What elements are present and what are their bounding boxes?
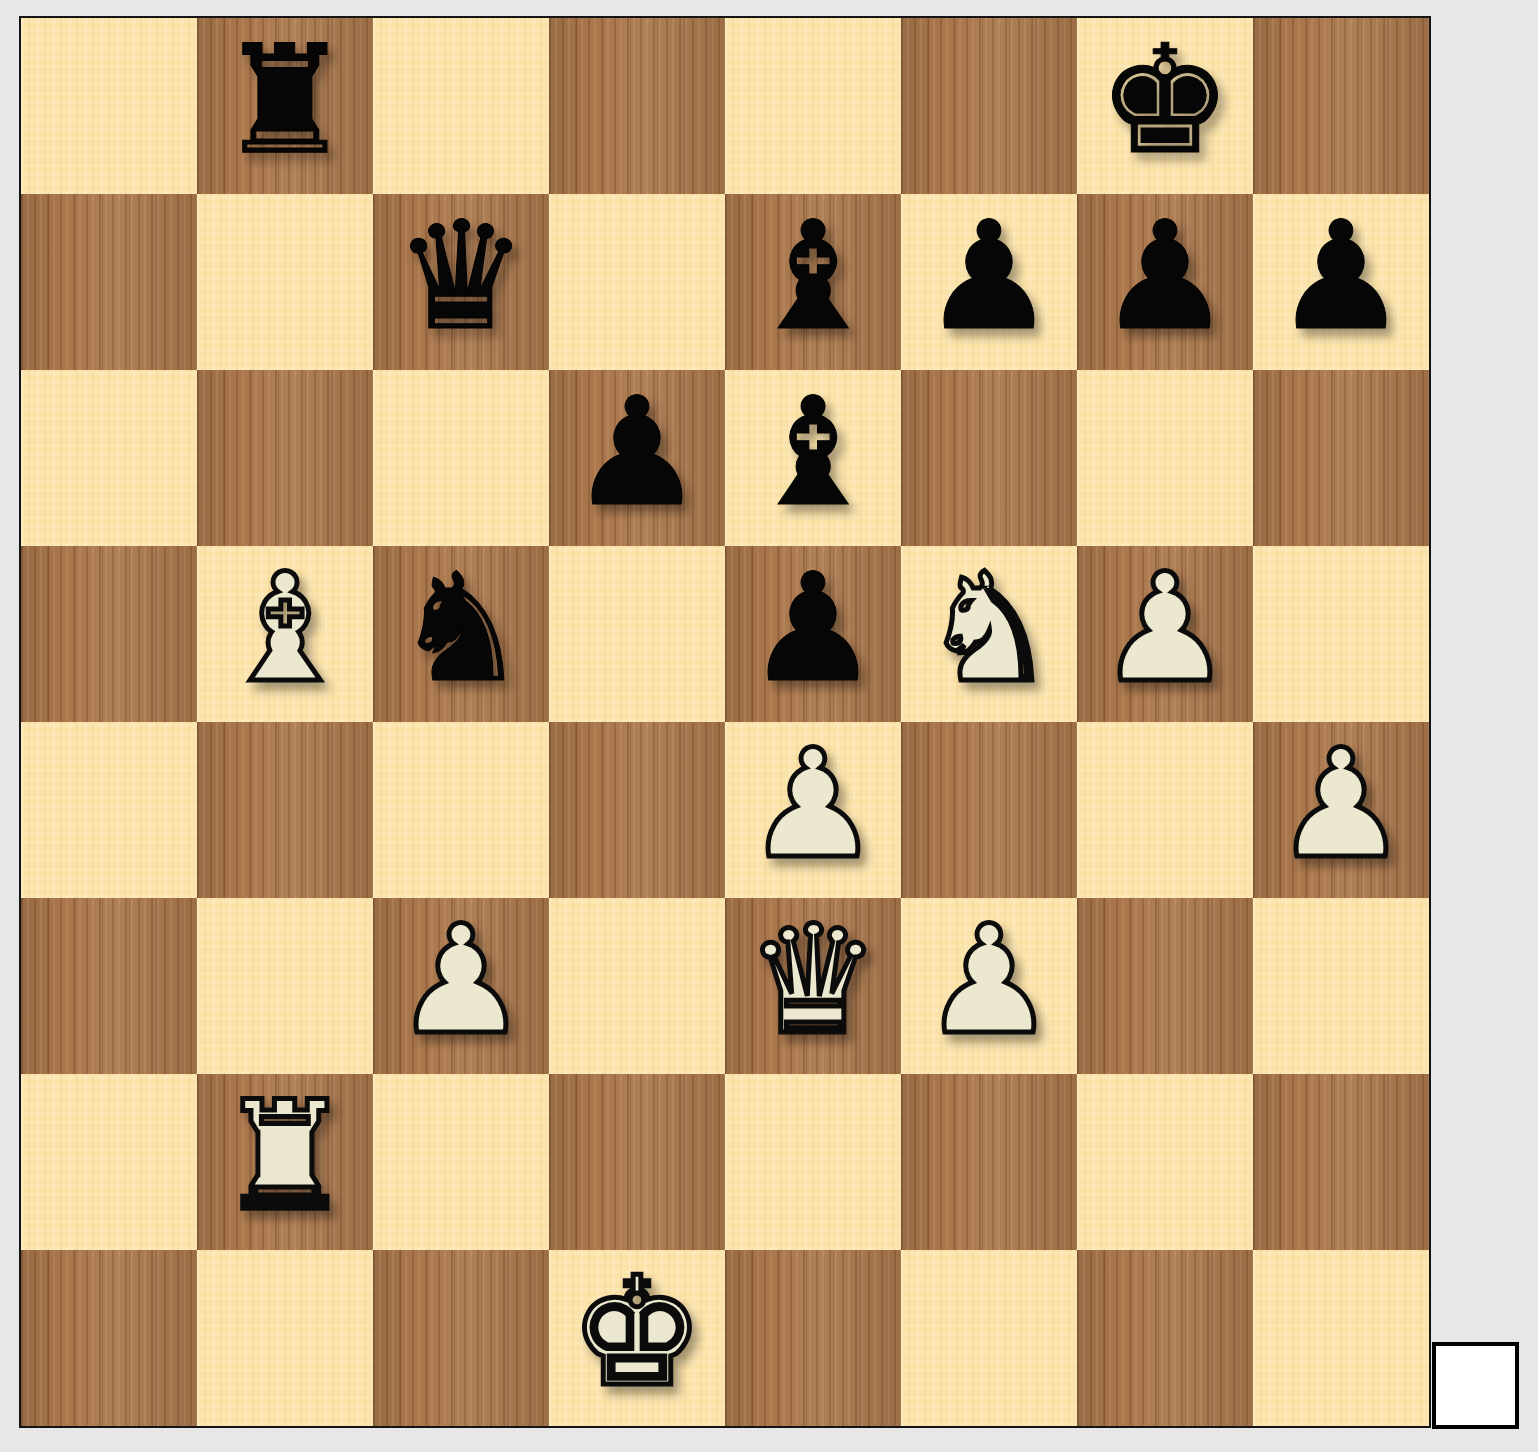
square-h8[interactable] — [1253, 18, 1429, 194]
square-f6[interactable] — [901, 370, 1077, 546]
square-h7[interactable]: ♟ — [1253, 194, 1429, 370]
black-bishop-e6[interactable]: ♝ — [725, 364, 901, 540]
square-a6[interactable] — [21, 370, 197, 546]
square-c4[interactable] — [373, 722, 549, 898]
square-g4[interactable] — [1077, 722, 1253, 898]
square-c6[interactable] — [373, 370, 549, 546]
square-c5[interactable]: ♞ — [373, 546, 549, 722]
white-pawn-h4[interactable]: ♟ — [1253, 716, 1429, 892]
black-queen-c7[interactable]: ♛ — [373, 188, 549, 364]
square-h3[interactable] — [1253, 898, 1429, 1074]
square-g6[interactable] — [1077, 370, 1253, 546]
square-f3[interactable]: ♟ — [901, 898, 1077, 1074]
square-h6[interactable] — [1253, 370, 1429, 546]
square-f8[interactable] — [901, 18, 1077, 194]
square-e7[interactable]: ♝ — [725, 194, 901, 370]
square-c3[interactable]: ♟ — [373, 898, 549, 1074]
white-bishop-b5[interactable]: ♝ — [197, 540, 373, 716]
page-background: ♜♚♛♝♟♟♟♟♝♝♞♟♞♟♟♟♟♛♟♜♚ — [0, 0, 1538, 1452]
square-h1[interactable] — [1253, 1250, 1429, 1426]
square-h5[interactable] — [1253, 546, 1429, 722]
black-king-g8[interactable]: ♚ — [1077, 12, 1253, 188]
square-e2[interactable] — [725, 1074, 901, 1250]
square-f5[interactable]: ♞ — [901, 546, 1077, 722]
white-king-d1[interactable]: ♚ — [549, 1244, 725, 1420]
square-g3[interactable] — [1077, 898, 1253, 1074]
square-b5[interactable]: ♝ — [197, 546, 373, 722]
square-d4[interactable] — [549, 722, 725, 898]
white-knight-f5[interactable]: ♞ — [901, 540, 1077, 716]
square-f4[interactable] — [901, 722, 1077, 898]
square-e4[interactable]: ♟ — [725, 722, 901, 898]
square-g2[interactable] — [1077, 1074, 1253, 1250]
square-g5[interactable]: ♟ — [1077, 546, 1253, 722]
white-pawn-f3[interactable]: ♟ — [901, 892, 1077, 1068]
square-c8[interactable] — [373, 18, 549, 194]
square-b6[interactable] — [197, 370, 373, 546]
square-b4[interactable] — [197, 722, 373, 898]
white-rook-b2[interactable]: ♜ — [197, 1068, 373, 1244]
square-g7[interactable]: ♟ — [1077, 194, 1253, 370]
square-b7[interactable] — [197, 194, 373, 370]
square-e5[interactable]: ♟ — [725, 546, 901, 722]
white-queen-e3[interactable]: ♛ — [725, 892, 901, 1068]
square-h4[interactable]: ♟ — [1253, 722, 1429, 898]
square-f2[interactable] — [901, 1074, 1077, 1250]
square-a2[interactable] — [21, 1074, 197, 1250]
square-e1[interactable] — [725, 1250, 901, 1426]
black-pawn-e5[interactable]: ♟ — [725, 540, 901, 716]
black-pawn-d6[interactable]: ♟ — [549, 364, 725, 540]
square-b8[interactable]: ♜ — [197, 18, 373, 194]
square-b2[interactable]: ♜ — [197, 1074, 373, 1250]
square-d6[interactable]: ♟ — [549, 370, 725, 546]
white-pawn-e4[interactable]: ♟ — [725, 716, 901, 892]
square-e8[interactable] — [725, 18, 901, 194]
square-c1[interactable] — [373, 1250, 549, 1426]
square-g8[interactable]: ♚ — [1077, 18, 1253, 194]
square-a8[interactable] — [21, 18, 197, 194]
square-a1[interactable] — [21, 1250, 197, 1426]
square-f7[interactable]: ♟ — [901, 194, 1077, 370]
square-g1[interactable] — [1077, 1250, 1253, 1426]
square-e3[interactable]: ♛ — [725, 898, 901, 1074]
white-pawn-g5[interactable]: ♟ — [1077, 540, 1253, 716]
square-d5[interactable] — [549, 546, 725, 722]
square-a7[interactable] — [21, 194, 197, 370]
black-rook-b8[interactable]: ♜ — [197, 12, 373, 188]
square-h2[interactable] — [1253, 1074, 1429, 1250]
side-to-move-indicator — [1432, 1342, 1519, 1429]
white-pawn-c3[interactable]: ♟ — [373, 892, 549, 1068]
square-b3[interactable] — [197, 898, 373, 1074]
square-a5[interactable] — [21, 546, 197, 722]
square-d7[interactable] — [549, 194, 725, 370]
square-c7[interactable]: ♛ — [373, 194, 549, 370]
square-c2[interactable] — [373, 1074, 549, 1250]
black-pawn-f7[interactable]: ♟ — [901, 188, 1077, 364]
black-knight-c5[interactable]: ♞ — [373, 540, 549, 716]
chess-board: ♜♚♛♝♟♟♟♟♝♝♞♟♞♟♟♟♟♛♟♜♚ — [19, 16, 1431, 1428]
black-bishop-e7[interactable]: ♝ — [725, 188, 901, 364]
square-d1[interactable]: ♚ — [549, 1250, 725, 1426]
square-a4[interactable] — [21, 722, 197, 898]
square-b1[interactable] — [197, 1250, 373, 1426]
black-pawn-h7[interactable]: ♟ — [1253, 188, 1429, 364]
black-pawn-g7[interactable]: ♟ — [1077, 188, 1253, 364]
square-a3[interactable] — [21, 898, 197, 1074]
square-f1[interactable] — [901, 1250, 1077, 1426]
square-d3[interactable] — [549, 898, 725, 1074]
square-d8[interactable] — [549, 18, 725, 194]
square-e6[interactable]: ♝ — [725, 370, 901, 546]
square-d2[interactable] — [549, 1074, 725, 1250]
